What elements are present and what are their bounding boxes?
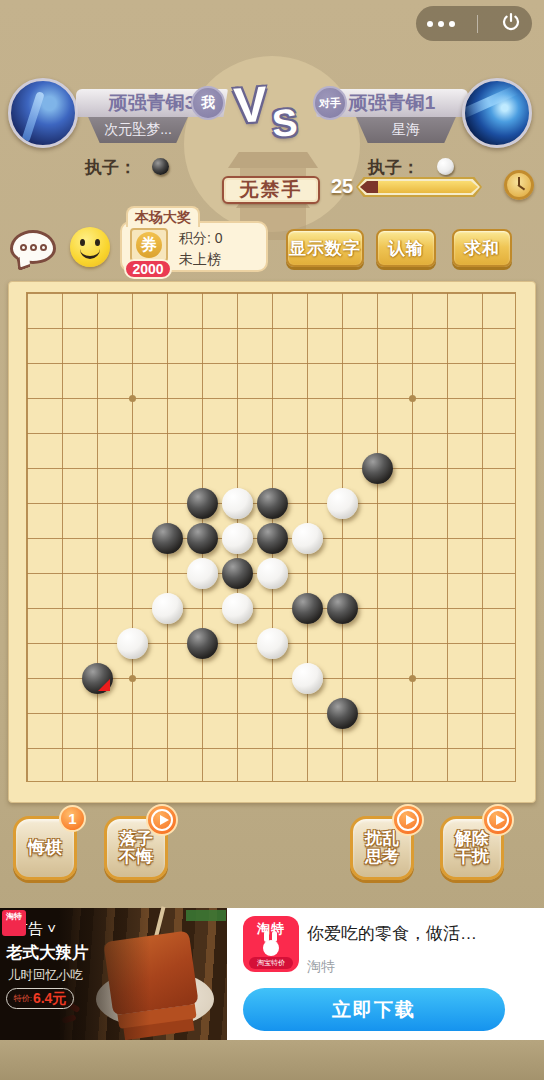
black-stone[interactable] — [222, 558, 253, 589]
black-stone[interactable] — [257, 523, 288, 554]
left-player-subtitle: 次元坠梦... — [104, 121, 172, 139]
pavilion-roof-decoration — [228, 152, 318, 168]
star-point — [409, 395, 416, 402]
white-stone[interactable] — [222, 488, 253, 519]
play-ad-badge-icon[interactable] — [482, 804, 514, 836]
left-player-title-band: 次元坠梦... — [80, 117, 196, 143]
disturb-thinking-button[interactable]: 扰乱 思考 — [350, 816, 414, 880]
show-numbers-button[interactable]: 显示数字 — [286, 229, 364, 267]
right-player-subtitle: 星海 — [392, 121, 420, 139]
white-stone[interactable] — [222, 523, 253, 554]
star-point — [129, 395, 136, 402]
right-player-title-band: 星海 — [348, 117, 464, 143]
play-ad-badge-icon[interactable] — [146, 804, 178, 836]
last-move-marker — [98, 679, 110, 691]
white-stone-chip — [437, 158, 454, 175]
opponent-badge: 对手 — [313, 86, 347, 120]
white-stone[interactable] — [257, 558, 288, 589]
black-stone[interactable] — [187, 523, 218, 554]
white-stone[interactable] — [327, 488, 358, 519]
ad-app-title: 你爱吃的零食，做活… — [307, 922, 477, 945]
ad-headline: 老式大辣片 — [6, 942, 89, 964]
vs-emblem: VS — [232, 76, 312, 148]
gomoku-board[interactable] — [8, 281, 536, 803]
ad-photo-label — [186, 910, 226, 921]
ad-subline: 儿时回忆小吃 — [8, 967, 83, 984]
white-stone[interactable] — [257, 628, 288, 659]
black-stone[interactable] — [82, 663, 113, 694]
emoji-icon[interactable] — [70, 227, 110, 267]
ad-banner[interactable]: 淘特 广告 ˅ 老式大辣片 儿时回忆小吃 特价:6.4元 淘特 淘宝特价 你爱吃… — [0, 908, 544, 1040]
black-stone[interactable] — [327, 593, 358, 624]
move-timer-seconds: 25 — [326, 175, 358, 198]
mini-program-capsule — [416, 6, 532, 41]
coupon-value: 2000 — [124, 259, 172, 279]
remove-disturb-button[interactable]: 解除 干扰 — [440, 816, 504, 880]
black-stone-chip — [152, 158, 169, 175]
capsule-divider — [477, 15, 478, 33]
coupon-icon: 券 — [130, 228, 168, 262]
resign-button[interactable]: 认输 — [376, 229, 436, 267]
right-player-avatar[interactable] — [462, 78, 532, 148]
black-stone[interactable] — [152, 523, 183, 554]
move-timer-bar — [356, 177, 482, 197]
left-player-name: 顽强青铜3 — [109, 90, 196, 116]
play-ad-badge-icon[interactable] — [392, 804, 424, 836]
white-stone[interactable] — [222, 593, 253, 624]
white-stone[interactable] — [117, 628, 148, 659]
rule-button[interactable]: 无禁手 — [222, 176, 320, 204]
left-hold-label: 执子： — [85, 156, 136, 179]
clock-icon — [504, 170, 534, 200]
right-player-name: 顽强青铜1 — [349, 90, 436, 116]
chat-bubble-icon[interactable] — [10, 230, 56, 264]
right-hold-label: 执子： — [368, 156, 419, 179]
game-screen: 顽强青铜3 我 次元坠梦... VS 对手 顽强青铜1 星海 执子： 执子： 无… — [0, 0, 544, 1080]
ad-price-pill: 特价:6.4元 — [6, 988, 74, 1009]
bottom-strip — [0, 1040, 544, 1080]
taote-logo-icon: 淘特 — [2, 910, 26, 936]
white-stone[interactable] — [292, 523, 323, 554]
white-stone[interactable] — [292, 663, 323, 694]
more-options-icon[interactable] — [427, 21, 455, 27]
rank-label: 未上榜 — [179, 251, 221, 269]
black-stone[interactable] — [257, 488, 288, 519]
black-stone[interactable] — [187, 628, 218, 659]
power-exit-icon[interactable] — [501, 12, 521, 36]
undo-move-button[interactable]: 1 悔棋 — [13, 816, 77, 880]
ad-app-card: 淘特 淘宝特价 你爱吃的零食，做活… 淘特 立即下载 — [227, 908, 544, 1040]
ad-app-name: 淘特 — [307, 958, 335, 976]
prize-tab: 本场大奖 — [126, 206, 200, 227]
rabbit-icon — [263, 940, 279, 956]
white-stone[interactable] — [152, 593, 183, 624]
white-stone[interactable] — [187, 558, 218, 589]
black-stone[interactable] — [187, 488, 218, 519]
prize-panel[interactable]: 本场大奖 券 2000 积分: 0 未上榜 — [120, 221, 268, 272]
star-point — [129, 675, 136, 682]
chopsticks-decoration — [150, 906, 165, 952]
taote-app-icon[interactable]: 淘特 淘宝特价 — [243, 916, 299, 972]
score-label: 积分: 0 — [179, 230, 223, 248]
me-badge: 我 — [191, 86, 225, 120]
draw-offer-button[interactable]: 求和 — [452, 229, 512, 267]
board-grid[interactable] — [26, 292, 516, 782]
undo-count-badge: 1 — [59, 805, 86, 832]
no-regret-button[interactable]: 落子 不悔 — [104, 816, 168, 880]
star-point — [409, 675, 416, 682]
black-stone[interactable] — [362, 453, 393, 484]
download-button[interactable]: 立即下载 — [243, 988, 505, 1031]
black-stone[interactable] — [292, 593, 323, 624]
black-stone[interactable] — [327, 698, 358, 729]
left-player-avatar[interactable] — [8, 78, 78, 148]
